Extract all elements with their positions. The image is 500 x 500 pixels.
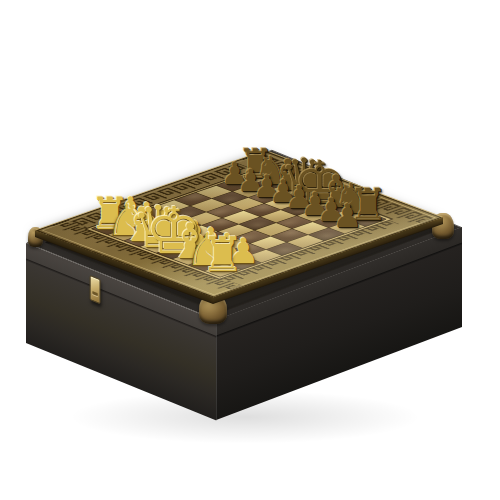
latch xyxy=(90,275,100,304)
chess-set-product-photo: ♜♞♝♛♚♝♞♜♟♟♟♟♟♟♟♟♟♟♟♟♟♟♟♟♜♞♝♛♚♝♞♜ xyxy=(0,0,500,500)
latch-slot xyxy=(92,291,98,296)
